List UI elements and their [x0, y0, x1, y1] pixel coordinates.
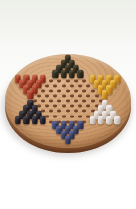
board-hole [62, 85, 66, 88]
board-hole [74, 110, 78, 113]
board-hole [57, 110, 61, 113]
peg-black[interactable] [31, 115, 37, 124]
board-hole [86, 95, 90, 98]
peg-black[interactable] [40, 115, 46, 124]
peg-black[interactable] [23, 115, 29, 124]
board-hole [78, 85, 82, 88]
board-hole [91, 100, 95, 103]
board-hole [53, 95, 57, 98]
board-hole [82, 100, 86, 103]
board-hole [74, 100, 78, 103]
board-hole [70, 95, 74, 98]
hole-cell-r12c12[interactable] [115, 119, 119, 124]
board-hole [86, 85, 90, 88]
board-hole [82, 79, 86, 82]
hole-cell-r12c10[interactable] [99, 119, 103, 124]
board-hole [45, 105, 49, 108]
board-hole [37, 95, 41, 98]
peg-white[interactable] [89, 115, 95, 124]
board-hole [82, 90, 86, 93]
peg-blue[interactable] [65, 136, 71, 145]
board-hole [66, 110, 70, 113]
hole-cell-r12c9[interactable] [91, 119, 95, 124]
board-hole [66, 100, 70, 103]
board-hole [49, 90, 53, 93]
board-hole [66, 90, 70, 93]
board-hole [74, 79, 78, 82]
peg-white[interactable] [106, 115, 112, 124]
peg-white[interactable] [98, 115, 104, 124]
board-hole [74, 90, 78, 93]
hole-cell-r7c9[interactable] [103, 94, 107, 99]
board-hole [57, 79, 61, 82]
hole-cell-r12c2[interactable] [33, 119, 37, 124]
board-hole [53, 85, 57, 88]
peg-black[interactable] [15, 115, 21, 124]
hole-cell-r12c11[interactable] [107, 119, 111, 124]
board-hole [78, 105, 82, 108]
hole-cell-r12c1[interactable] [24, 119, 28, 124]
board-hole [78, 115, 82, 118]
board-hole [86, 105, 90, 108]
board-hole [57, 100, 61, 103]
board-hole [57, 90, 61, 93]
board-hole [45, 95, 49, 98]
board-hole [66, 79, 70, 82]
peg-grid [16, 58, 120, 145]
hole-cell-r12c0[interactable] [16, 119, 20, 124]
board-hole [78, 95, 82, 98]
board-hole [70, 115, 74, 118]
board-hole [70, 85, 74, 88]
board-hole [70, 105, 74, 108]
board-hole [62, 95, 66, 98]
board-hole [45, 85, 49, 88]
board-hole [62, 105, 66, 108]
board-hole [49, 110, 53, 113]
board-hole [41, 90, 45, 93]
board-hole [95, 95, 99, 98]
board-hole [49, 79, 53, 82]
board-hole [91, 90, 95, 93]
board-hole [53, 105, 57, 108]
board-hole [41, 100, 45, 103]
hole-cell-r12c3[interactable] [41, 119, 45, 124]
board-hole [49, 100, 53, 103]
board-hole [82, 110, 86, 113]
board-hole [53, 115, 57, 118]
hole-cell-r16c0[interactable] [66, 140, 70, 145]
board-hole [62, 115, 66, 118]
photo-background [0, 0, 136, 209]
